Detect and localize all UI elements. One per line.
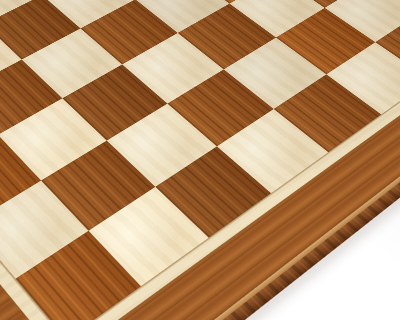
playing-field <box>0 0 400 320</box>
board-border-band <box>0 0 400 320</box>
chessboard-product-photo <box>0 0 400 320</box>
chess-board <box>0 0 400 320</box>
